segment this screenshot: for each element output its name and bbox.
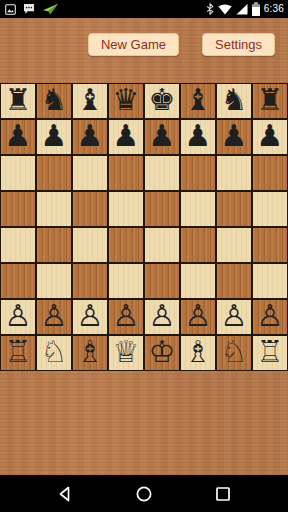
square-g7[interactable]: ♟︎ <box>216 119 252 155</box>
piece-black-pawn: ♟︎ <box>77 118 104 154</box>
status-bar-right: 6:36 <box>206 3 284 16</box>
piece-black-knight: ♞ <box>221 82 248 118</box>
square-c6[interactable] <box>72 155 108 191</box>
phone-screen: 6:36 New Game Settings ♜♞♝♛♚♝♞♜♟︎♟︎♟︎♟︎♟… <box>0 0 288 512</box>
piece-white-rook: ♖ <box>257 334 284 370</box>
square-f6[interactable] <box>180 155 216 191</box>
piece-black-pawn: ♟︎ <box>185 118 212 154</box>
square-d3[interactable] <box>108 263 144 299</box>
square-f4[interactable] <box>180 227 216 263</box>
square-b8[interactable]: ♞ <box>36 83 72 119</box>
new-game-button[interactable]: New Game <box>88 33 179 56</box>
square-a3[interactable] <box>0 263 36 299</box>
square-e4[interactable] <box>144 227 180 263</box>
recents-button[interactable] <box>214 485 232 503</box>
piece-black-rook: ♜ <box>257 82 284 118</box>
square-g5[interactable] <box>216 191 252 227</box>
wifi-icon <box>218 4 232 15</box>
square-g6[interactable] <box>216 155 252 191</box>
piece-white-pawn: ♙︎ <box>149 298 176 334</box>
square-g3[interactable] <box>216 263 252 299</box>
piece-white-pawn: ♙︎ <box>257 298 284 334</box>
square-d7[interactable]: ♟︎ <box>108 119 144 155</box>
square-h7[interactable]: ♟︎ <box>252 119 288 155</box>
app-background: New Game Settings ♜♞♝♛♚♝♞♜♟︎♟︎♟︎♟︎♟︎♟︎♟︎… <box>0 18 288 475</box>
status-bar: 6:36 <box>0 0 288 18</box>
square-e3[interactable] <box>144 263 180 299</box>
square-c1[interactable]: ♗ <box>72 335 108 371</box>
piece-black-pawn: ♟︎ <box>5 118 32 154</box>
piece-white-knight: ♘ <box>41 334 68 370</box>
square-a1[interactable]: ♖ <box>0 335 36 371</box>
square-b7[interactable]: ♟︎ <box>36 119 72 155</box>
square-a7[interactable]: ♟︎ <box>0 119 36 155</box>
status-bar-left <box>5 3 59 15</box>
square-c8[interactable]: ♝ <box>72 83 108 119</box>
square-h3[interactable] <box>252 263 288 299</box>
piece-white-bishop: ♗ <box>77 334 104 370</box>
square-c7[interactable]: ♟︎ <box>72 119 108 155</box>
square-b3[interactable] <box>36 263 72 299</box>
navigation-bar <box>0 475 288 512</box>
square-d2[interactable]: ♙︎ <box>108 299 144 335</box>
square-f7[interactable]: ♟︎ <box>180 119 216 155</box>
square-c5[interactable] <box>72 191 108 227</box>
piece-white-pawn: ♙︎ <box>5 298 32 334</box>
square-e5[interactable] <box>144 191 180 227</box>
square-f5[interactable] <box>180 191 216 227</box>
piece-black-bishop: ♝ <box>77 82 104 118</box>
piece-white-bishop: ♗ <box>185 334 212 370</box>
square-d8[interactable]: ♛ <box>108 83 144 119</box>
piece-white-pawn: ♙︎ <box>185 298 212 334</box>
square-e8[interactable]: ♚ <box>144 83 180 119</box>
square-h2[interactable]: ♙︎ <box>252 299 288 335</box>
battery-icon <box>252 4 260 16</box>
square-f3[interactable] <box>180 263 216 299</box>
square-f1[interactable]: ♗ <box>180 335 216 371</box>
square-c2[interactable]: ♙︎ <box>72 299 108 335</box>
square-b5[interactable] <box>36 191 72 227</box>
square-d4[interactable] <box>108 227 144 263</box>
square-g1[interactable]: ♘ <box>216 335 252 371</box>
square-g2[interactable]: ♙︎ <box>216 299 252 335</box>
recents-icon <box>214 485 232 503</box>
piece-black-pawn: ♟︎ <box>221 118 248 154</box>
square-f8[interactable]: ♝ <box>180 83 216 119</box>
square-h1[interactable]: ♖ <box>252 335 288 371</box>
piece-black-pawn: ♟︎ <box>113 118 140 154</box>
square-a8[interactable]: ♜ <box>0 83 36 119</box>
square-b1[interactable]: ♘ <box>36 335 72 371</box>
square-e1[interactable]: ♔ <box>144 335 180 371</box>
send-icon <box>42 3 59 15</box>
square-c3[interactable] <box>72 263 108 299</box>
back-button[interactable] <box>56 485 74 503</box>
piece-black-bishop: ♝ <box>185 82 212 118</box>
piece-white-king: ♔ <box>149 334 176 370</box>
square-d6[interactable] <box>108 155 144 191</box>
signal-icon <box>236 4 248 15</box>
piece-black-king: ♚ <box>149 82 176 118</box>
piece-white-knight: ♘ <box>221 334 248 370</box>
home-icon <box>135 485 153 503</box>
square-f2[interactable]: ♙︎ <box>180 299 216 335</box>
settings-button[interactable]: Settings <box>202 33 275 56</box>
square-a6[interactable] <box>0 155 36 191</box>
bluetooth-icon <box>206 3 214 15</box>
square-e6[interactable] <box>144 155 180 191</box>
square-a5[interactable] <box>0 191 36 227</box>
piece-white-pawn: ♙︎ <box>113 298 140 334</box>
square-c4[interactable] <box>72 227 108 263</box>
square-g8[interactable]: ♞ <box>216 83 252 119</box>
piece-black-pawn: ♟︎ <box>149 118 176 154</box>
piece-white-pawn: ♙︎ <box>41 298 68 334</box>
piece-black-pawn: ♟︎ <box>257 118 284 154</box>
square-d1[interactable]: ♕ <box>108 335 144 371</box>
piece-black-rook: ♜ <box>5 82 32 118</box>
square-d5[interactable] <box>108 191 144 227</box>
piece-black-pawn: ♟︎ <box>41 118 68 154</box>
toolbar: New Game Settings <box>0 18 288 56</box>
square-e7[interactable]: ♟︎ <box>144 119 180 155</box>
piece-white-rook: ♖ <box>5 334 32 370</box>
piece-white-pawn: ♙︎ <box>221 298 248 334</box>
chess-board: ♜♞♝♛♚♝♞♜♟︎♟︎♟︎♟︎♟︎♟︎♟︎♟︎♙︎♙︎♙︎♙︎♙︎♙︎♙︎♙︎… <box>0 83 288 371</box>
home-button[interactable] <box>135 485 153 503</box>
piece-white-pawn: ♙︎ <box>77 298 104 334</box>
square-a2[interactable]: ♙︎ <box>0 299 36 335</box>
square-h6[interactable] <box>252 155 288 191</box>
piece-black-queen: ♛ <box>113 82 140 118</box>
chat-icon <box>23 3 35 15</box>
piece-black-knight: ♞ <box>41 82 68 118</box>
square-h5[interactable] <box>252 191 288 227</box>
square-b2[interactable]: ♙︎ <box>36 299 72 335</box>
square-g4[interactable] <box>216 227 252 263</box>
square-h8[interactable]: ♜ <box>252 83 288 119</box>
square-b4[interactable] <box>36 227 72 263</box>
square-h4[interactable] <box>252 227 288 263</box>
square-e2[interactable]: ♙︎ <box>144 299 180 335</box>
piece-white-queen: ♕ <box>113 334 140 370</box>
screenshot-icon <box>5 4 16 15</box>
clock: 6:36 <box>264 4 284 14</box>
battery-fill <box>252 7 260 15</box>
square-b6[interactable] <box>36 155 72 191</box>
square-a4[interactable] <box>0 227 36 263</box>
back-icon <box>56 485 74 503</box>
